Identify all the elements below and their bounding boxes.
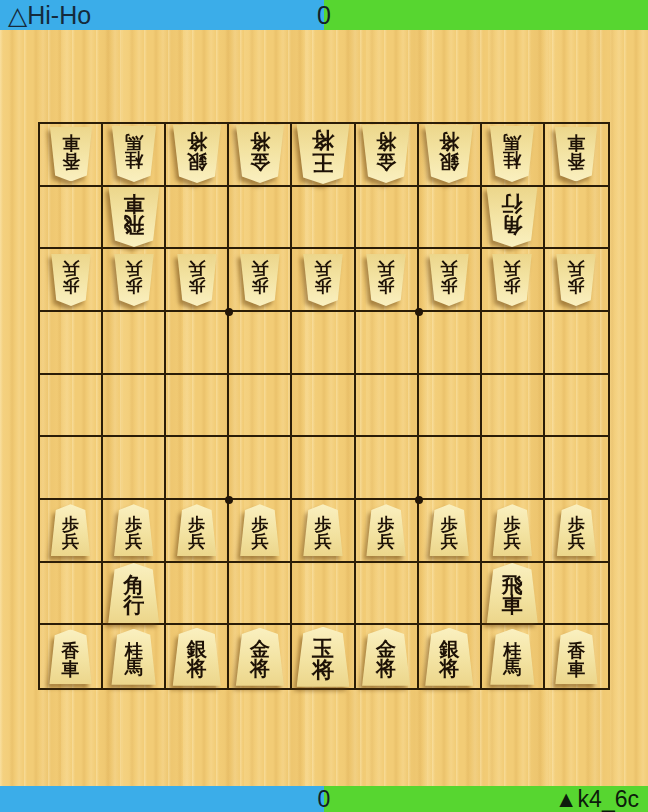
cell-2b[interactable]: 角行 — [482, 187, 545, 250]
cell-4e[interactable] — [356, 375, 419, 438]
cell-1f[interactable] — [545, 437, 608, 500]
bottom-bar-blue-half — [0, 786, 324, 812]
piece-sente-gold[interactable]: 金将 — [361, 628, 411, 686]
cell-1c[interactable]: 歩兵 — [545, 249, 608, 312]
piece-face: 金将 — [235, 628, 285, 686]
piece-sente-silver[interactable]: 銀将 — [172, 628, 222, 686]
cell-2h[interactable]: 飛車 — [482, 563, 545, 626]
cell-3d[interactable] — [419, 312, 482, 375]
cell-4h[interactable] — [356, 563, 419, 626]
piece-face: 歩兵 — [492, 504, 533, 556]
cell-7e[interactable] — [166, 375, 229, 438]
cell-2g[interactable]: 歩兵 — [482, 500, 545, 563]
piece-face: 歩兵 — [239, 504, 280, 556]
cell-1b[interactable] — [545, 187, 608, 250]
cell-8g[interactable]: 歩兵 — [103, 500, 166, 563]
cell-7h[interactable] — [166, 563, 229, 626]
cell-5d[interactable] — [292, 312, 355, 375]
piece-sente-pawn[interactable]: 歩兵 — [176, 504, 217, 556]
piece-face: 歩兵 — [113, 504, 154, 556]
piece-face: 銀将 — [172, 628, 222, 686]
cell-4g[interactable]: 歩兵 — [356, 500, 419, 563]
piece-face: 歩兵 — [302, 254, 343, 306]
piece-gote-pawn[interactable]: 歩兵 — [492, 254, 533, 306]
cell-3i[interactable]: 銀将 — [419, 625, 482, 688]
cell-4c[interactable]: 歩兵 — [356, 249, 419, 312]
cell-5i[interactable]: 玉将 — [292, 625, 355, 688]
cell-2f[interactable] — [482, 437, 545, 500]
piece-face: 歩兵 — [366, 254, 407, 306]
piece-face: 角行 — [486, 187, 539, 247]
cell-8c[interactable]: 歩兵 — [103, 249, 166, 312]
piece-gote-silver[interactable]: 銀将 — [424, 125, 474, 183]
gote-player-label: △Hi-Ho — [8, 3, 91, 28]
piece-sente-knight[interactable]: 桂馬 — [111, 629, 157, 685]
cell-2i[interactable]: 桂馬 — [482, 625, 545, 688]
piece-face: 銀将 — [424, 125, 474, 183]
cell-5g[interactable]: 歩兵 — [292, 500, 355, 563]
cell-4a[interactable]: 金将 — [356, 124, 419, 187]
piece-gote-pawn[interactable]: 歩兵 — [50, 254, 91, 306]
piece-sente-pawn[interactable]: 歩兵 — [239, 504, 280, 556]
cell-7c[interactable]: 歩兵 — [166, 249, 229, 312]
piece-face: 金将 — [361, 628, 411, 686]
cell-5h[interactable] — [292, 563, 355, 626]
piece-sente-pawn[interactable]: 歩兵 — [366, 504, 407, 556]
piece-face: 銀将 — [424, 628, 474, 686]
piece-gote-pawn[interactable]: 歩兵 — [302, 254, 343, 306]
cell-8a[interactable]: 桂馬 — [103, 124, 166, 187]
piece-face: 香車 — [49, 629, 93, 684]
piece-gote-pawn[interactable]: 歩兵 — [556, 254, 597, 306]
cell-8i[interactable]: 桂馬 — [103, 625, 166, 688]
cell-7f[interactable] — [166, 437, 229, 500]
piece-face: 王将 — [295, 124, 350, 184]
piece-gote-rook[interactable]: 飛車 — [107, 187, 160, 247]
piece-gote-pawn[interactable]: 歩兵 — [239, 254, 280, 306]
top-bar: △Hi-Ho 0 — [0, 0, 648, 30]
piece-face: 桂馬 — [111, 629, 157, 685]
piece-sente-king[interactable]: 玉将 — [295, 627, 350, 687]
cell-1h[interactable] — [545, 563, 608, 626]
cell-9h[interactable] — [40, 563, 103, 626]
piece-gote-knight[interactable]: 桂馬 — [111, 126, 157, 182]
cell-9c[interactable]: 歩兵 — [40, 249, 103, 312]
cell-9e[interactable] — [40, 375, 103, 438]
cell-7d[interactable] — [166, 312, 229, 375]
cell-3e[interactable] — [419, 375, 482, 438]
piece-gote-pawn[interactable]: 歩兵 — [366, 254, 407, 306]
cell-1i[interactable]: 香車 — [545, 625, 608, 688]
piece-gote-king[interactable]: 王将 — [295, 124, 350, 184]
cell-7b[interactable] — [166, 187, 229, 250]
piece-gote-lance[interactable]: 香車 — [554, 127, 598, 182]
cell-6a[interactable]: 金将 — [229, 124, 292, 187]
piece-face: 歩兵 — [366, 504, 407, 556]
piece-face: 歩兵 — [429, 504, 470, 556]
shogi-board: 香車桂馬銀将金将王将金将銀将桂馬香車飛車角行歩兵歩兵歩兵歩兵歩兵歩兵歩兵歩兵歩兵… — [0, 30, 648, 786]
sente-player-label: ▲k4_6c — [555, 788, 639, 811]
piece-face: 歩兵 — [113, 254, 154, 306]
piece-face: 歩兵 — [176, 254, 217, 306]
bottom-bar: 0 ▲k4_6c — [0, 786, 648, 812]
cell-8b[interactable]: 飛車 — [103, 187, 166, 250]
star-point — [415, 496, 423, 504]
cell-7g[interactable]: 歩兵 — [166, 500, 229, 563]
cell-3a[interactable]: 銀将 — [419, 124, 482, 187]
piece-face: 歩兵 — [556, 504, 597, 556]
piece-sente-bishop[interactable]: 角行 — [107, 563, 160, 623]
piece-face: 飛車 — [107, 187, 160, 247]
cell-9g[interactable]: 歩兵 — [40, 500, 103, 563]
piece-face: 桂馬 — [489, 126, 535, 182]
cell-8e[interactable] — [103, 375, 166, 438]
cell-3h[interactable] — [419, 563, 482, 626]
cell-7a[interactable]: 銀将 — [166, 124, 229, 187]
piece-face: 香車 — [49, 127, 93, 182]
cell-8f[interactable] — [103, 437, 166, 500]
cell-2e[interactable] — [482, 375, 545, 438]
piece-gote-pawn[interactable]: 歩兵 — [429, 254, 470, 306]
cell-2c[interactable]: 歩兵 — [482, 249, 545, 312]
piece-gote-pawn[interactable]: 歩兵 — [113, 254, 154, 306]
piece-sente-silver[interactable]: 銀将 — [424, 628, 474, 686]
piece-face: 玉将 — [295, 627, 350, 687]
star-point — [415, 308, 423, 316]
piece-sente-knight[interactable]: 桂馬 — [489, 629, 535, 685]
cell-9a[interactable]: 香車 — [40, 124, 103, 187]
cell-3g[interactable]: 歩兵 — [419, 500, 482, 563]
piece-gote-lance[interactable]: 香車 — [49, 127, 93, 182]
cell-9d[interactable] — [40, 312, 103, 375]
cell-6e[interactable] — [229, 375, 292, 438]
piece-gote-knight[interactable]: 桂馬 — [489, 126, 535, 182]
top-bar-green-half — [324, 0, 648, 30]
cell-1e[interactable] — [545, 375, 608, 438]
sente-clock: 0 — [318, 788, 331, 811]
cell-4i[interactable]: 金将 — [356, 625, 419, 688]
piece-face: 桂馬 — [111, 126, 157, 182]
cell-5a[interactable]: 王将 — [292, 124, 355, 187]
piece-gote-pawn[interactable]: 歩兵 — [176, 254, 217, 306]
cell-6c[interactable]: 歩兵 — [229, 249, 292, 312]
cell-2a[interactable]: 桂馬 — [482, 124, 545, 187]
piece-face: 飛車 — [486, 563, 539, 623]
gote-clock: 0 — [317, 3, 331, 28]
cell-3b[interactable] — [419, 187, 482, 250]
star-point — [225, 496, 233, 504]
cell-1g[interactable]: 歩兵 — [545, 500, 608, 563]
shogi-app: △Hi-Ho 0 香車桂馬銀将金将王将金将銀将桂馬香車飛車角行歩兵歩兵歩兵歩兵歩… — [0, 0, 648, 812]
cell-5c[interactable]: 歩兵 — [292, 249, 355, 312]
cell-7i[interactable]: 銀将 — [166, 625, 229, 688]
cell-5e[interactable] — [292, 375, 355, 438]
cell-9f[interactable] — [40, 437, 103, 500]
cell-6b[interactable] — [229, 187, 292, 250]
piece-face: 歩兵 — [556, 254, 597, 306]
cell-2d[interactable] — [482, 312, 545, 375]
piece-sente-pawn[interactable]: 歩兵 — [492, 504, 533, 556]
cell-8d[interactable] — [103, 312, 166, 375]
piece-sente-pawn[interactable]: 歩兵 — [302, 504, 343, 556]
cell-9b[interactable] — [40, 187, 103, 250]
piece-face: 香車 — [554, 127, 598, 182]
piece-sente-lance[interactable]: 香車 — [49, 629, 93, 684]
piece-face: 香車 — [554, 629, 598, 684]
cell-3f[interactable] — [419, 437, 482, 500]
piece-face: 歩兵 — [50, 504, 91, 556]
cell-5b[interactable] — [292, 187, 355, 250]
cell-9i[interactable]: 香車 — [40, 625, 103, 688]
piece-face: 銀将 — [172, 125, 222, 183]
cell-8h[interactable]: 角行 — [103, 563, 166, 626]
cell-4b[interactable] — [356, 187, 419, 250]
piece-face: 歩兵 — [492, 254, 533, 306]
cell-1d[interactable] — [545, 312, 608, 375]
piece-face: 金将 — [235, 125, 285, 183]
piece-sente-pawn[interactable]: 歩兵 — [50, 504, 91, 556]
shogi-grid[interactable]: 香車桂馬銀将金将王将金将銀将桂馬香車飛車角行歩兵歩兵歩兵歩兵歩兵歩兵歩兵歩兵歩兵… — [38, 122, 610, 690]
piece-sente-gold[interactable]: 金将 — [235, 628, 285, 686]
cell-3c[interactable]: 歩兵 — [419, 249, 482, 312]
piece-sente-lance[interactable]: 香車 — [554, 629, 598, 684]
piece-face: 歩兵 — [429, 254, 470, 306]
piece-face: 歩兵 — [302, 504, 343, 556]
piece-gote-bishop[interactable]: 角行 — [486, 187, 539, 247]
piece-sente-pawn[interactable]: 歩兵 — [113, 504, 154, 556]
piece-face: 歩兵 — [239, 254, 280, 306]
piece-sente-pawn[interactable]: 歩兵 — [429, 504, 470, 556]
piece-gote-silver[interactable]: 銀将 — [172, 125, 222, 183]
piece-gote-gold[interactable]: 金将 — [361, 125, 411, 183]
cell-6f[interactable] — [229, 437, 292, 500]
piece-sente-rook[interactable]: 飛車 — [486, 563, 539, 623]
piece-face: 歩兵 — [176, 504, 217, 556]
cell-4f[interactable] — [356, 437, 419, 500]
star-point — [225, 308, 233, 316]
piece-face: 桂馬 — [489, 629, 535, 685]
piece-face: 角行 — [107, 563, 160, 623]
cell-6g[interactable]: 歩兵 — [229, 500, 292, 563]
piece-gote-gold[interactable]: 金将 — [235, 125, 285, 183]
cell-6i[interactable]: 金将 — [229, 625, 292, 688]
cell-1a[interactable]: 香車 — [545, 124, 608, 187]
cell-4d[interactable] — [356, 312, 419, 375]
piece-sente-pawn[interactable]: 歩兵 — [556, 504, 597, 556]
cell-6h[interactable] — [229, 563, 292, 626]
cell-6d[interactable] — [229, 312, 292, 375]
cell-5f[interactable] — [292, 437, 355, 500]
piece-face: 歩兵 — [50, 254, 91, 306]
piece-face: 金将 — [361, 125, 411, 183]
